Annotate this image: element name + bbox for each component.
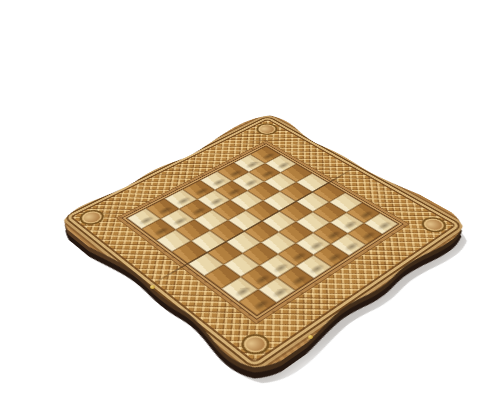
hinge-pin-icon	[308, 335, 313, 339]
product-photo: ♜♞♝♛♚♝♞♜♟♟♟♟♟♟♟♟♟♟♟♟♟♟♟♟♜♞♝♛♚♝♞♜	[0, 0, 500, 400]
piece-white-rook[interactable]: ♜	[240, 266, 276, 306]
piece-black-pawn[interactable]: ♟	[146, 203, 171, 231]
hinge-pin-icon	[150, 285, 155, 289]
pieces-layer: ♜♞♝♛♚♝♞♜♟♟♟♟♟♟♟♟♟♟♟♟♟♟♟♟♜♞♝♛♚♝♞♜	[51, 110, 475, 380]
board: ♜♞♝♛♚♝♞♜♟♟♟♟♟♟♟♟♟♟♟♟♟♟♟♟♜♞♝♛♚♝♞♜	[51, 110, 475, 380]
